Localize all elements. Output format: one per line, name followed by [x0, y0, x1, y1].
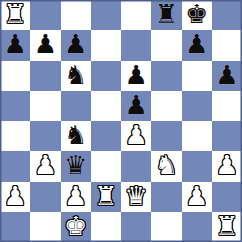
square-e4[interactable]: ♟	[121, 121, 151, 151]
square-b5[interactable]	[30, 91, 60, 121]
square-f6[interactable]	[151, 61, 181, 91]
square-b1[interactable]	[30, 212, 60, 242]
square-d8[interactable]	[91, 0, 121, 30]
piece-black-pawn[interactable]: ♟	[185, 31, 208, 57]
square-e1[interactable]	[121, 212, 151, 242]
piece-black-pawn[interactable]: ♟	[3, 31, 26, 57]
square-e7[interactable]	[121, 30, 151, 60]
square-d1[interactable]	[91, 212, 121, 242]
piece-white-pawn[interactable]: ♟	[3, 183, 26, 209]
square-g7[interactable]: ♟	[182, 30, 212, 60]
piece-black-knight[interactable]: ♞	[64, 62, 87, 88]
square-d4[interactable]	[91, 121, 121, 151]
piece-black-pawn[interactable]: ♟	[124, 92, 147, 118]
square-b6[interactable]	[30, 61, 60, 91]
square-c2[interactable]: ♟	[61, 182, 91, 212]
chess-board: ♜♜♚♟♟♟♟♞♟♟♟♞♟♟♛♞♟♟♟♜♛♟♚♜	[0, 0, 242, 242]
square-e8[interactable]	[121, 0, 151, 30]
square-c7[interactable]: ♟	[61, 30, 91, 60]
square-e6[interactable]: ♟	[121, 61, 151, 91]
chess-board-wrap: ♜♜♚♟♟♟♟♞♟♟♟♞♟♟♛♞♟♟♟♜♛♟♚♜	[0, 0, 242, 242]
square-c4[interactable]: ♞	[61, 121, 91, 151]
square-h2[interactable]	[212, 182, 242, 212]
square-c3[interactable]: ♛	[61, 151, 91, 181]
piece-white-pawn[interactable]: ♟	[124, 122, 147, 148]
square-a5[interactable]	[0, 91, 30, 121]
square-g5[interactable]	[182, 91, 212, 121]
square-h4[interactable]	[212, 121, 242, 151]
piece-black-rook[interactable]: ♜	[155, 1, 178, 27]
square-f4[interactable]	[151, 121, 181, 151]
piece-white-rook[interactable]: ♜	[94, 183, 117, 209]
piece-white-knight[interactable]: ♞	[155, 152, 178, 178]
piece-black-knight[interactable]: ♞	[64, 122, 87, 148]
square-b8[interactable]	[30, 0, 60, 30]
piece-black-pawn[interactable]: ♟	[64, 31, 87, 57]
square-e3[interactable]	[121, 151, 151, 181]
piece-white-rook[interactable]: ♜	[3, 1, 26, 27]
square-h7[interactable]	[212, 30, 242, 60]
square-f5[interactable]	[151, 91, 181, 121]
square-d2[interactable]: ♜	[91, 182, 121, 212]
piece-black-king[interactable]: ♚	[185, 1, 208, 27]
square-f1[interactable]	[151, 212, 181, 242]
square-a4[interactable]	[0, 121, 30, 151]
piece-white-rook[interactable]: ♜	[215, 213, 238, 239]
square-b2[interactable]	[30, 182, 60, 212]
square-f8[interactable]: ♜	[151, 0, 181, 30]
square-g3[interactable]	[182, 151, 212, 181]
square-a6[interactable]	[0, 61, 30, 91]
square-a7[interactable]: ♟	[0, 30, 30, 60]
square-f7[interactable]	[151, 30, 181, 60]
square-h3[interactable]: ♟	[212, 151, 242, 181]
piece-black-queen[interactable]: ♛	[64, 152, 87, 178]
piece-white-queen[interactable]: ♛	[124, 183, 147, 209]
square-a8[interactable]: ♜	[0, 0, 30, 30]
square-h1[interactable]: ♜	[212, 212, 242, 242]
square-f3[interactable]: ♞	[151, 151, 181, 181]
square-g2[interactable]: ♟	[182, 182, 212, 212]
piece-white-pawn[interactable]: ♟	[215, 152, 238, 178]
piece-black-pawn[interactable]: ♟	[215, 62, 238, 88]
piece-white-king[interactable]: ♚	[64, 213, 87, 239]
square-b7[interactable]: ♟	[30, 30, 60, 60]
piece-black-pawn[interactable]: ♟	[124, 62, 147, 88]
piece-white-pawn[interactable]: ♟	[34, 152, 57, 178]
square-b3[interactable]: ♟	[30, 151, 60, 181]
square-d5[interactable]	[91, 91, 121, 121]
square-b4[interactable]	[30, 121, 60, 151]
square-c1[interactable]: ♚	[61, 212, 91, 242]
square-e2[interactable]: ♛	[121, 182, 151, 212]
piece-white-pawn[interactable]: ♟	[185, 183, 208, 209]
square-h6[interactable]: ♟	[212, 61, 242, 91]
square-e5[interactable]: ♟	[121, 91, 151, 121]
square-d6[interactable]	[91, 61, 121, 91]
square-d3[interactable]	[91, 151, 121, 181]
square-a3[interactable]	[0, 151, 30, 181]
square-d7[interactable]	[91, 30, 121, 60]
square-h5[interactable]	[212, 91, 242, 121]
square-g8[interactable]: ♚	[182, 0, 212, 30]
square-h8[interactable]	[212, 0, 242, 30]
square-c6[interactable]: ♞	[61, 61, 91, 91]
piece-white-pawn[interactable]: ♟	[64, 183, 87, 209]
square-a1[interactable]	[0, 212, 30, 242]
square-g4[interactable]	[182, 121, 212, 151]
piece-black-pawn[interactable]: ♟	[34, 31, 57, 57]
square-a2[interactable]: ♟	[0, 182, 30, 212]
square-f2[interactable]	[151, 182, 181, 212]
square-g6[interactable]	[182, 61, 212, 91]
square-g1[interactable]	[182, 212, 212, 242]
square-c8[interactable]	[61, 0, 91, 30]
square-c5[interactable]	[61, 91, 91, 121]
